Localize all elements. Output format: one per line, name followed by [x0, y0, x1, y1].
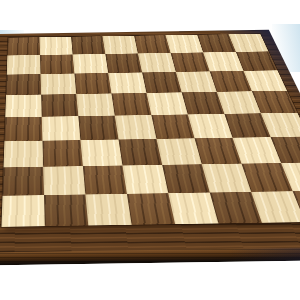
photo-background — [0, 0, 300, 300]
square-b4 — [42, 116, 81, 141]
square-c5 — [76, 93, 115, 116]
square-c1 — [85, 194, 131, 226]
square-b2 — [43, 166, 85, 195]
square-a5 — [5, 95, 42, 118]
square-a6 — [6, 74, 41, 95]
square-a7 — [7, 55, 41, 75]
square-d2 — [122, 165, 168, 194]
square-a1 — [1, 195, 44, 227]
board-scene — [0, 0, 300, 300]
square-h7 — [236, 51, 278, 70]
square-d5 — [111, 93, 151, 116]
square-d8 — [103, 36, 138, 54]
square-e8 — [134, 35, 170, 53]
square-d6 — [108, 72, 146, 93]
square-a3 — [4, 141, 44, 168]
square-h8 — [229, 34, 269, 52]
square-a2 — [3, 167, 44, 196]
square-b3 — [42, 140, 82, 167]
square-f6 — [176, 71, 217, 92]
square-h6 — [244, 70, 287, 91]
square-d1 — [127, 193, 175, 225]
square-e7 — [138, 53, 176, 73]
square-b6 — [41, 74, 77, 95]
board-grid — [1, 34, 300, 227]
square-b7 — [40, 54, 74, 74]
square-b8 — [40, 37, 73, 55]
square-d7 — [105, 53, 142, 73]
square-d4 — [115, 115, 157, 140]
chess-board — [0, 30, 300, 253]
square-c2 — [83, 165, 127, 194]
square-c8 — [71, 36, 105, 54]
square-c3 — [80, 140, 122, 167]
square-c4 — [78, 116, 118, 141]
square-a8 — [7, 37, 40, 55]
square-b5 — [41, 94, 78, 117]
square-e6 — [142, 72, 182, 93]
square-b1 — [44, 194, 88, 226]
square-a4 — [4, 117, 42, 142]
square-d3 — [118, 139, 162, 166]
square-e3 — [157, 138, 202, 165]
square-c6 — [74, 73, 111, 94]
square-c7 — [73, 54, 109, 74]
